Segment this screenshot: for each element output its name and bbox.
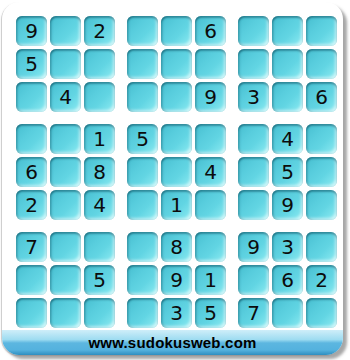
cell-r8c9[interactable]: 2	[306, 265, 337, 295]
cell-r3c2[interactable]: 4	[50, 82, 81, 112]
cell-r6c6[interactable]	[195, 190, 226, 220]
cell-r9c1[interactable]	[16, 298, 47, 328]
cell-r2c1[interactable]: 5	[16, 49, 47, 79]
box-1: 9254	[13, 13, 118, 115]
box-8: 89135	[124, 229, 229, 331]
cell-r7c8[interactable]: 3	[272, 232, 303, 262]
cell-r1c5[interactable]	[161, 16, 192, 46]
cell-r2c2[interactable]	[50, 49, 81, 79]
cell-r5c2[interactable]	[50, 157, 81, 187]
cell-r3c7[interactable]: 3	[238, 82, 269, 112]
cell-r5c3[interactable]: 8	[84, 157, 115, 187]
cell-r9c7[interactable]: 7	[238, 298, 269, 328]
cell-r8c2[interactable]	[50, 265, 81, 295]
cell-r7c1[interactable]: 7	[16, 232, 47, 262]
cell-r5c9[interactable]	[306, 157, 337, 187]
website-url: www.sudokusweb.com	[88, 334, 256, 351]
cell-r2c3[interactable]	[84, 49, 115, 79]
cell-r1c1[interactable]: 9	[16, 16, 47, 46]
cell-r8c8[interactable]: 6	[272, 265, 303, 295]
cell-r8c6[interactable]: 1	[195, 265, 226, 295]
cell-r9c9[interactable]	[306, 298, 337, 328]
cell-r1c6[interactable]: 6	[195, 16, 226, 46]
cell-r5c4[interactable]	[127, 157, 158, 187]
cell-r7c3[interactable]	[84, 232, 115, 262]
cell-r7c2[interactable]	[50, 232, 81, 262]
cell-r4c2[interactable]	[50, 124, 81, 154]
sudoku-plaque: 9254693616824541459758913593627 www.sudo…	[2, 2, 343, 355]
cell-r5c5[interactable]	[161, 157, 192, 187]
cell-r6c2[interactable]	[50, 190, 81, 220]
cell-r8c5[interactable]: 9	[161, 265, 192, 295]
cell-r1c7[interactable]	[238, 16, 269, 46]
cell-r7c6[interactable]	[195, 232, 226, 262]
cell-r1c3[interactable]: 2	[84, 16, 115, 46]
sudoku-board: 9254693616824541459758913593627	[13, 13, 340, 331]
cell-r4c6[interactable]	[195, 124, 226, 154]
cell-r9c5[interactable]: 3	[161, 298, 192, 328]
box-6: 459	[235, 121, 340, 223]
box-4: 16824	[13, 121, 118, 223]
cell-r5c1[interactable]: 6	[16, 157, 47, 187]
cell-r3c9[interactable]: 6	[306, 82, 337, 112]
cell-r5c7[interactable]	[238, 157, 269, 187]
box-5: 541	[124, 121, 229, 223]
cell-r8c1[interactable]	[16, 265, 47, 295]
cell-r4c4[interactable]: 5	[127, 124, 158, 154]
cell-r1c4[interactable]	[127, 16, 158, 46]
sudoku-screenshot: 9254693616824541459758913593627 www.sudo…	[0, 0, 350, 360]
cell-r6c4[interactable]	[127, 190, 158, 220]
box-7: 75	[13, 229, 118, 331]
cell-r9c2[interactable]	[50, 298, 81, 328]
cell-r8c4[interactable]	[127, 265, 158, 295]
cell-r3c1[interactable]	[16, 82, 47, 112]
cell-r2c5[interactable]	[161, 49, 192, 79]
cell-r6c1[interactable]: 2	[16, 190, 47, 220]
cell-r4c9[interactable]	[306, 124, 337, 154]
cell-r5c8[interactable]: 5	[272, 157, 303, 187]
cell-r4c8[interactable]: 4	[272, 124, 303, 154]
cell-r1c8[interactable]	[272, 16, 303, 46]
footer-bar: www.sudokusweb.com	[2, 330, 343, 355]
cell-r6c8[interactable]: 9	[272, 190, 303, 220]
cell-r4c3[interactable]: 1	[84, 124, 115, 154]
cell-r2c8[interactable]	[272, 49, 303, 79]
cell-r9c3[interactable]	[84, 298, 115, 328]
cell-r8c7[interactable]	[238, 265, 269, 295]
cell-r4c7[interactable]	[238, 124, 269, 154]
box-9: 93627	[235, 229, 340, 331]
cell-r9c8[interactable]	[272, 298, 303, 328]
cell-r3c5[interactable]	[161, 82, 192, 112]
cell-r6c5[interactable]: 1	[161, 190, 192, 220]
cell-r1c9[interactable]	[306, 16, 337, 46]
cell-r1c2[interactable]	[50, 16, 81, 46]
cell-r6c3[interactable]: 4	[84, 190, 115, 220]
cell-r3c8[interactable]	[272, 82, 303, 112]
cell-r7c7[interactable]: 9	[238, 232, 269, 262]
cell-r6c9[interactable]	[306, 190, 337, 220]
cell-r4c5[interactable]	[161, 124, 192, 154]
cell-r2c9[interactable]	[306, 49, 337, 79]
cell-r9c4[interactable]	[127, 298, 158, 328]
cell-r7c4[interactable]	[127, 232, 158, 262]
cell-r3c4[interactable]	[127, 82, 158, 112]
box-3: 36	[235, 13, 340, 115]
cell-r2c4[interactable]	[127, 49, 158, 79]
cell-r3c6[interactable]: 9	[195, 82, 226, 112]
cell-r7c5[interactable]: 8	[161, 232, 192, 262]
cell-r7c9[interactable]	[306, 232, 337, 262]
cell-r3c3[interactable]	[84, 82, 115, 112]
cell-r4c1[interactable]	[16, 124, 47, 154]
cell-r6c7[interactable]	[238, 190, 269, 220]
cell-r9c6[interactable]: 5	[195, 298, 226, 328]
cell-r5c6[interactable]: 4	[195, 157, 226, 187]
cell-r2c7[interactable]	[238, 49, 269, 79]
box-2: 69	[124, 13, 229, 115]
cell-r2c6[interactable]	[195, 49, 226, 79]
cell-r8c3[interactable]: 5	[84, 265, 115, 295]
